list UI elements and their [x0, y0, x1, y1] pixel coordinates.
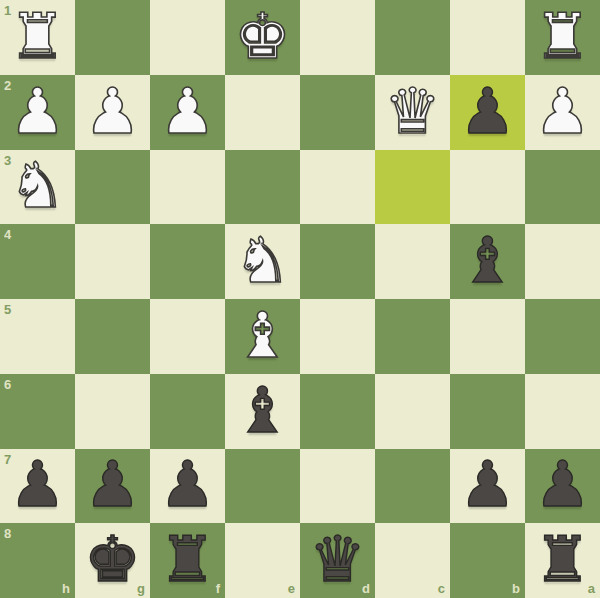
black-pawn[interactable]: ♟ [9, 453, 65, 516]
square-f6[interactable] [150, 374, 225, 449]
square-b3[interactable] [450, 150, 525, 225]
square-b7[interactable]: ♟ [450, 449, 525, 524]
square-h8[interactable]: 8h [0, 523, 75, 598]
square-f7[interactable]: ♟ [150, 449, 225, 524]
square-a4[interactable] [525, 224, 600, 299]
black-pawn[interactable]: ♟ [459, 453, 515, 516]
square-h7[interactable]: 7♟ [0, 449, 75, 524]
square-c1[interactable] [375, 0, 450, 75]
square-f1[interactable] [150, 0, 225, 75]
white-pawn[interactable]: ♟ [84, 80, 140, 143]
square-d7[interactable] [300, 449, 375, 524]
square-a3[interactable] [525, 150, 600, 225]
square-a8[interactable]: a♜ [525, 523, 600, 598]
white-knight[interactable]: ♞ [234, 229, 290, 292]
square-d5[interactable] [300, 299, 375, 374]
square-b8[interactable]: b [450, 523, 525, 598]
square-f5[interactable] [150, 299, 225, 374]
square-h5[interactable]: 5 [0, 299, 75, 374]
white-pawn[interactable]: ♟ [9, 80, 65, 143]
black-rook[interactable]: ♜ [534, 528, 590, 591]
rank-label-4: 4 [4, 227, 11, 242]
square-d8[interactable]: d♛ [300, 523, 375, 598]
file-label-f: f [216, 581, 220, 596]
square-c6[interactable] [375, 374, 450, 449]
square-b6[interactable] [450, 374, 525, 449]
square-g7[interactable]: ♟ [75, 449, 150, 524]
square-e7[interactable] [225, 449, 300, 524]
square-h1[interactable]: 1♜ [0, 0, 75, 75]
square-e8[interactable]: e [225, 523, 300, 598]
rank-label-5: 5 [4, 302, 11, 317]
square-d2[interactable] [300, 75, 375, 150]
black-king[interactable]: ♚ [84, 528, 140, 591]
square-g3[interactable] [75, 150, 150, 225]
square-h2[interactable]: 2♟ [0, 75, 75, 150]
square-h4[interactable]: 4 [0, 224, 75, 299]
square-d6[interactable] [300, 374, 375, 449]
black-pawn[interactable]: ♟ [534, 453, 590, 516]
square-h3[interactable]: 3♞ [0, 150, 75, 225]
square-a6[interactable] [525, 374, 600, 449]
square-g5[interactable] [75, 299, 150, 374]
chess-board: 1♜♚♜2♟♟♟♛♟♟3♞4♞♝5♝6♝7♟♟♟♟♟8hg♚f♜ed♛cba♜ [0, 0, 600, 598]
file-label-b: b [512, 581, 520, 596]
white-rook[interactable]: ♜ [9, 5, 65, 68]
black-pawn[interactable]: ♟ [459, 80, 515, 143]
white-knight[interactable]: ♞ [9, 154, 65, 217]
square-c7[interactable] [375, 449, 450, 524]
square-c2[interactable]: ♛ [375, 75, 450, 150]
square-a2[interactable]: ♟ [525, 75, 600, 150]
square-a1[interactable]: ♜ [525, 0, 600, 75]
square-a5[interactable] [525, 299, 600, 374]
file-label-c: c [438, 581, 445, 596]
square-e5[interactable]: ♝ [225, 299, 300, 374]
white-king[interactable]: ♚ [234, 5, 290, 68]
white-bishop[interactable]: ♝ [234, 304, 290, 367]
square-g1[interactable] [75, 0, 150, 75]
square-e2[interactable] [225, 75, 300, 150]
white-pawn[interactable]: ♟ [159, 80, 215, 143]
square-b1[interactable] [450, 0, 525, 75]
square-b4[interactable]: ♝ [450, 224, 525, 299]
square-g6[interactable] [75, 374, 150, 449]
square-d3[interactable] [300, 150, 375, 225]
square-d1[interactable] [300, 0, 375, 75]
black-bishop[interactable]: ♝ [234, 379, 290, 442]
square-d4[interactable] [300, 224, 375, 299]
black-rook[interactable]: ♜ [159, 528, 215, 591]
rank-label-6: 6 [4, 377, 11, 392]
square-g8[interactable]: g♚ [75, 523, 150, 598]
square-g2[interactable]: ♟ [75, 75, 150, 150]
black-bishop[interactable]: ♝ [459, 229, 515, 292]
square-f8[interactable]: f♜ [150, 523, 225, 598]
white-pawn[interactable]: ♟ [534, 80, 590, 143]
square-g4[interactable] [75, 224, 150, 299]
square-b5[interactable] [450, 299, 525, 374]
square-h6[interactable]: 6 [0, 374, 75, 449]
square-c3[interactable] [375, 150, 450, 225]
square-b2[interactable]: ♟ [450, 75, 525, 150]
square-a7[interactable]: ♟ [525, 449, 600, 524]
black-queen[interactable]: ♛ [309, 528, 365, 591]
rank-label-8: 8 [4, 526, 11, 541]
file-label-h: h [62, 581, 70, 596]
square-e3[interactable] [225, 150, 300, 225]
square-e1[interactable]: ♚ [225, 0, 300, 75]
black-pawn[interactable]: ♟ [159, 453, 215, 516]
black-pawn[interactable]: ♟ [84, 453, 140, 516]
square-e6[interactable]: ♝ [225, 374, 300, 449]
square-c4[interactable] [375, 224, 450, 299]
file-label-e: e [288, 581, 295, 596]
square-e4[interactable]: ♞ [225, 224, 300, 299]
square-f3[interactable] [150, 150, 225, 225]
square-f4[interactable] [150, 224, 225, 299]
white-rook[interactable]: ♜ [534, 5, 590, 68]
square-c5[interactable] [375, 299, 450, 374]
square-c8[interactable]: c [375, 523, 450, 598]
white-queen[interactable]: ♛ [384, 80, 440, 143]
square-f2[interactable]: ♟ [150, 75, 225, 150]
